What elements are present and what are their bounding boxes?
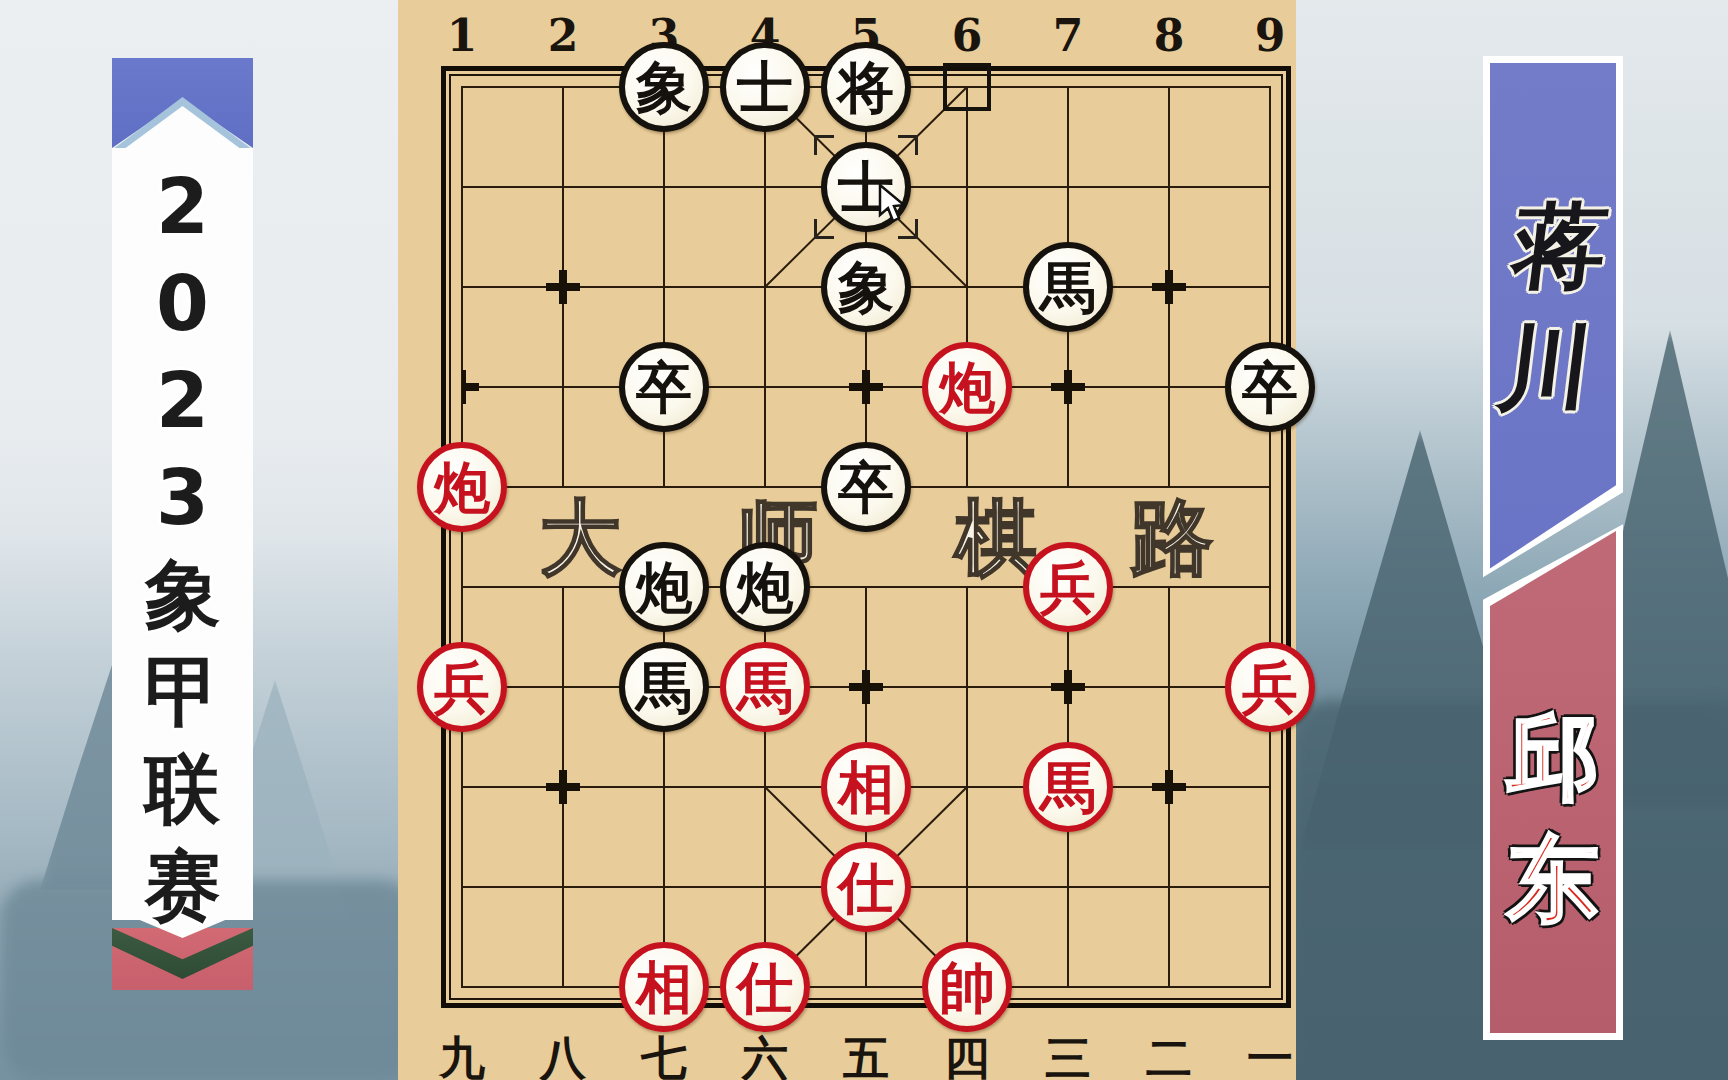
player-name-bottom: 邱东 [1483,697,1623,941]
piece-black-horse[interactable]: 馬 [619,642,709,732]
piece-character: 卒 [838,459,894,515]
star-corner [1051,687,1068,704]
piece-character: 卒 [1242,359,1298,415]
piece-black-elephant[interactable]: 象 [619,42,709,132]
piece-black-horse[interactable]: 馬 [1023,242,1113,332]
star-corner [866,370,883,387]
piece-character: 炮 [737,559,793,615]
star-corner [1051,387,1068,404]
piece-black-soldier[interactable]: 卒 [1225,342,1315,432]
piece-character: 馬 [1040,259,1096,315]
piece-character: 炮 [939,359,995,415]
event-title-char: 甲 [145,643,221,740]
piece-character: 相 [838,759,894,815]
file-label-bottom: 六 [735,1028,795,1080]
star-corner [849,670,866,687]
star-point-marker [546,270,580,304]
piece-black-soldier[interactable]: 卒 [821,442,911,532]
star-point-marker [1051,370,1085,404]
piece-character: 仕 [737,959,793,1015]
piece-character: 将 [838,59,894,115]
star-corner [1068,670,1085,687]
mouse-cursor-icon [878,183,914,227]
star-point-marker [1051,670,1085,704]
piece-red-cannon[interactable]: 炮 [922,342,1012,432]
star-corner [1152,770,1169,787]
event-title-char: 联 [145,740,221,837]
star-corner [1169,287,1186,304]
star-point-marker [445,370,479,404]
piece-red-horse[interactable]: 馬 [720,642,810,732]
piece-character: 象 [838,259,894,315]
file-label-top: 7 [1038,10,1098,61]
piece-black-cannon[interactable]: 炮 [619,542,709,632]
file-label-bottom: 三 [1038,1028,1098,1080]
star-corner [1169,787,1186,804]
file-label-top: 6 [937,10,997,61]
star-corner [866,687,883,704]
last-move-origin-marker [943,63,991,111]
player-bottom-char: 东 [1507,819,1599,941]
piece-character: 馬 [636,659,692,715]
star-corner [1051,370,1068,387]
star-point-marker [849,670,883,704]
piece-character: 士 [737,59,793,115]
star-corner [563,287,580,304]
star-corner [462,370,479,387]
star-corner [546,787,563,804]
player-top-char: 蒋 [1507,186,1614,308]
star-corner [546,287,563,304]
piece-character: 相 [636,959,692,1015]
star-corner [1152,787,1169,804]
river-watermark-char: 大 [532,489,628,585]
piece-red-elephant[interactable]: 相 [821,742,911,832]
star-corner [1068,687,1085,704]
player-name-top: 蒋川 [1468,186,1638,430]
file-label-bottom: 一 [1240,1028,1300,1080]
file-label-bottom: 九 [432,1028,492,1080]
star-corner [1152,287,1169,304]
piece-black-general[interactable]: 将 [821,42,911,132]
xiangqi-board[interactable]: 123456789九八七六五四三二一大师棋路象士将士象馬卒炮卒炮卒炮炮兵兵馬馬兵… [398,0,1296,1080]
file-label-top: 9 [1240,10,1300,61]
star-corner [866,387,883,404]
star-corner [1051,670,1068,687]
piece-red-elephant[interactable]: 相 [619,942,709,1032]
piece-black-soldier[interactable]: 卒 [619,342,709,432]
piece-red-soldier[interactable]: 兵 [417,642,507,732]
piece-character: 炮 [434,459,490,515]
star-corner [849,387,866,404]
event-title-char: 赛 [145,837,221,934]
piece-black-elephant[interactable]: 象 [821,242,911,332]
player-banner-bottom: 邱东 [1483,519,1623,1040]
star-point-marker [1152,770,1186,804]
piece-red-soldier[interactable]: 兵 [1023,542,1113,632]
player-bottom-char: 邱 [1507,697,1599,819]
piece-character: 仕 [838,859,894,915]
star-point-marker [1152,270,1186,304]
file-label-bottom: 七 [634,1028,694,1080]
event-title-char: 2 [156,158,209,255]
star-corner [1169,270,1186,287]
star-corner [462,387,479,404]
piece-red-advisor[interactable]: 仕 [821,842,911,932]
piece-red-general[interactable]: 帥 [922,942,1012,1032]
star-corner [546,770,563,787]
event-title-char: 3 [156,449,209,546]
piece-character: 兵 [1242,659,1298,715]
piece-character: 兵 [1040,559,1096,615]
file-label-top: 8 [1139,10,1199,61]
piece-black-cannon[interactable]: 炮 [720,542,810,632]
star-corner [1068,387,1085,404]
screenshot-stage: 123456789九八七六五四三二一大师棋路象士将士象馬卒炮卒炮卒炮炮兵兵馬馬兵… [0,0,1728,1080]
piece-character: 卒 [636,359,692,415]
piece-character: 馬 [737,659,793,715]
event-title-char: 象 [145,546,221,643]
file-label-bottom: 二 [1139,1028,1199,1080]
star-point-marker [849,370,883,404]
star-corner [563,770,580,787]
event-title-char: 2 [156,352,209,449]
piece-red-cannon[interactable]: 炮 [417,442,507,532]
selection-corner [814,135,834,155]
selection-corner [814,219,834,239]
star-corner [1169,770,1186,787]
file-label-bottom: 四 [937,1028,997,1080]
file-label-top: 2 [533,10,593,61]
piece-character: 象 [636,59,692,115]
star-corner [563,270,580,287]
file-label-top: 1 [432,10,492,61]
river-watermark-char: 路 [1124,489,1220,585]
selection-corner [898,135,918,155]
piece-black-advisor[interactable]: 士 [720,42,810,132]
piece-character: 馬 [1040,759,1096,815]
star-corner [546,270,563,287]
event-ribbon: 2023象甲联赛 [112,58,253,990]
piece-character: 兵 [434,659,490,715]
star-corner [1152,270,1169,287]
star-corner [1068,370,1085,387]
piece-red-horse[interactable]: 馬 [1023,742,1113,832]
file-label-bottom: 五 [836,1028,896,1080]
piece-red-advisor[interactable]: 仕 [720,942,810,1032]
star-corner [849,370,866,387]
star-point-marker [546,770,580,804]
event-title-char: 0 [156,255,209,352]
event-title-vertical: 2023象甲联赛 [112,158,253,934]
star-corner [866,670,883,687]
piece-character: 帥 [939,959,995,1015]
piece-red-soldier[interactable]: 兵 [1225,642,1315,732]
file-label-bottom: 八 [533,1028,593,1080]
piece-character: 炮 [636,559,692,615]
player-top-char: 川 [1492,308,1599,430]
star-corner [849,687,866,704]
star-corner [563,787,580,804]
